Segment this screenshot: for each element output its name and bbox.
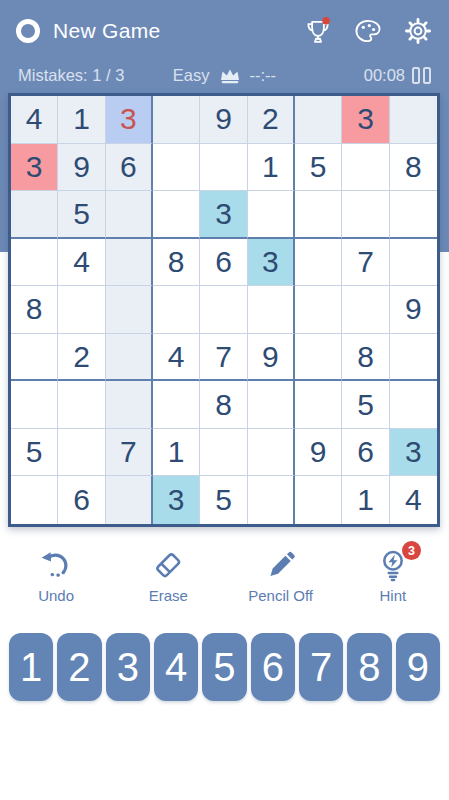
cell-r8c9[interactable]: 3 bbox=[390, 429, 437, 477]
cell-r6c8[interactable]: 8 bbox=[342, 334, 389, 382]
cell-r6c1[interactable] bbox=[11, 334, 58, 382]
cell-r7c1[interactable] bbox=[11, 381, 58, 429]
cell-r3c7[interactable] bbox=[295, 191, 342, 239]
cell-r2c3[interactable]: 6 bbox=[106, 144, 153, 192]
pause-button[interactable] bbox=[412, 67, 431, 84]
cell-r1c8[interactable]: 3 bbox=[342, 96, 389, 144]
cell-r7c3[interactable] bbox=[106, 381, 153, 429]
erase-button[interactable]: Erase bbox=[112, 547, 224, 604]
hint-label: Hint bbox=[380, 587, 407, 604]
difficulty-label: Easy bbox=[173, 66, 210, 85]
cell-r8c2[interactable] bbox=[58, 429, 105, 477]
sudoku-grid: 413923396158534863789247988557196363514 bbox=[8, 93, 440, 527]
cell-r3c6[interactable] bbox=[248, 191, 295, 239]
cell-r8c1[interactable]: 5 bbox=[11, 429, 58, 477]
cell-r6c9[interactable] bbox=[390, 334, 437, 382]
hint-button[interactable]: 3 Hint bbox=[337, 547, 449, 604]
cell-r6c6[interactable]: 9 bbox=[248, 334, 295, 382]
cell-r1c3[interactable]: 3 bbox=[106, 96, 153, 144]
cell-r7c7[interactable] bbox=[295, 381, 342, 429]
cell-r9c9[interactable]: 4 bbox=[390, 476, 437, 524]
cell-r9c5[interactable]: 5 bbox=[200, 476, 247, 524]
gear-icon bbox=[403, 16, 433, 46]
cell-r8c5[interactable] bbox=[200, 429, 247, 477]
cell-r5c6[interactable] bbox=[248, 286, 295, 334]
top-icons bbox=[303, 16, 433, 46]
cell-r9c1[interactable] bbox=[11, 476, 58, 524]
cell-r2c1[interactable]: 3 bbox=[11, 144, 58, 192]
sudoku-app: New Game bbox=[0, 0, 449, 800]
cell-r8c6[interactable] bbox=[248, 429, 295, 477]
pencil-label: Pencil Off bbox=[248, 587, 313, 604]
cell-r4c8[interactable]: 7 bbox=[342, 239, 389, 287]
timer: 00:08 bbox=[364, 66, 405, 85]
pencil-button[interactable]: Pencil Off bbox=[225, 547, 337, 604]
cell-r5c2[interactable] bbox=[58, 286, 105, 334]
cell-r6c5[interactable]: 7 bbox=[200, 334, 247, 382]
cell-r1c2[interactable]: 1 bbox=[58, 96, 105, 144]
cell-r6c7[interactable] bbox=[295, 334, 342, 382]
cell-r3c4[interactable] bbox=[153, 191, 200, 239]
numpad-button-9[interactable]: 9 bbox=[396, 633, 440, 701]
cell-r3c9[interactable] bbox=[390, 191, 437, 239]
cell-r3c8[interactable] bbox=[342, 191, 389, 239]
numpad: 123456789 bbox=[0, 633, 449, 701]
cell-r5c3[interactable] bbox=[106, 286, 153, 334]
cell-r7c4[interactable] bbox=[153, 381, 200, 429]
cell-r9c8[interactable]: 1 bbox=[342, 476, 389, 524]
cell-r3c5[interactable]: 3 bbox=[200, 191, 247, 239]
cell-r7c6[interactable] bbox=[248, 381, 295, 429]
cell-r4c4[interactable]: 8 bbox=[153, 239, 200, 287]
numpad-button-8[interactable]: 8 bbox=[347, 633, 391, 701]
cell-r2c7[interactable]: 5 bbox=[295, 144, 342, 192]
cell-r4c6[interactable]: 3 bbox=[248, 239, 295, 287]
record-icon[interactable] bbox=[16, 19, 40, 43]
cell-r5c8[interactable] bbox=[342, 286, 389, 334]
eraser-icon bbox=[150, 547, 186, 583]
cell-r2c9[interactable]: 8 bbox=[390, 144, 437, 192]
cell-r6c2[interactable]: 2 bbox=[58, 334, 105, 382]
cell-r7c8[interactable]: 5 bbox=[342, 381, 389, 429]
cell-r5c1[interactable]: 8 bbox=[11, 286, 58, 334]
erase-label: Erase bbox=[149, 587, 188, 604]
notification-dot bbox=[322, 17, 330, 25]
undo-icon bbox=[38, 547, 74, 583]
cell-r5c7[interactable] bbox=[295, 286, 342, 334]
cell-r4c3[interactable] bbox=[106, 239, 153, 287]
cell-r3c1[interactable] bbox=[11, 191, 58, 239]
best-time: --:-- bbox=[250, 66, 277, 85]
cell-r4c7[interactable] bbox=[295, 239, 342, 287]
numpad-button-4[interactable]: 4 bbox=[154, 633, 198, 701]
cell-r4c9[interactable] bbox=[390, 239, 437, 287]
page-title: New Game bbox=[53, 19, 160, 43]
undo-button[interactable]: Undo bbox=[0, 547, 112, 604]
cell-r5c5[interactable] bbox=[200, 286, 247, 334]
mistakes-counter: Mistakes: 1 / 3 bbox=[18, 66, 124, 85]
cell-r9c4[interactable]: 3 bbox=[153, 476, 200, 524]
cell-r4c5[interactable]: 6 bbox=[200, 239, 247, 287]
timer-group: 00:08 bbox=[364, 66, 431, 85]
cell-r4c1[interactable] bbox=[11, 239, 58, 287]
cell-r5c9[interactable]: 9 bbox=[390, 286, 437, 334]
cell-r7c2[interactable] bbox=[58, 381, 105, 429]
cell-r8c4[interactable]: 1 bbox=[153, 429, 200, 477]
theme-button[interactable] bbox=[353, 16, 383, 46]
cell-r1c7[interactable] bbox=[295, 96, 342, 144]
numpad-button-1[interactable]: 1 bbox=[9, 633, 53, 701]
numpad-button-5[interactable]: 5 bbox=[202, 633, 246, 701]
cell-r8c7[interactable]: 9 bbox=[295, 429, 342, 477]
cell-r2c8[interactable] bbox=[342, 144, 389, 192]
cell-r3c3[interactable] bbox=[106, 191, 153, 239]
cell-r1c5[interactable]: 9 bbox=[200, 96, 247, 144]
cell-r7c9[interactable] bbox=[390, 381, 437, 429]
cell-r2c2[interactable]: 9 bbox=[58, 144, 105, 192]
cell-r4c2[interactable]: 4 bbox=[58, 239, 105, 287]
settings-button[interactable] bbox=[403, 16, 433, 46]
cell-r9c7[interactable] bbox=[295, 476, 342, 524]
cell-r1c6[interactable]: 2 bbox=[248, 96, 295, 144]
cell-r7c5[interactable]: 8 bbox=[200, 381, 247, 429]
numpad-button-7[interactable]: 7 bbox=[299, 633, 343, 701]
trophy-icon bbox=[303, 16, 333, 46]
cell-r2c4[interactable] bbox=[153, 144, 200, 192]
palette-icon bbox=[353, 16, 383, 46]
toolbar: Undo Erase bbox=[0, 547, 449, 604]
cell-r1c1[interactable]: 4 bbox=[11, 96, 58, 144]
cell-r1c9[interactable] bbox=[390, 96, 437, 144]
cell-r1c4[interactable] bbox=[153, 96, 200, 144]
cell-r9c3[interactable] bbox=[106, 476, 153, 524]
numpad-button-2[interactable]: 2 bbox=[57, 633, 101, 701]
cell-r8c3[interactable]: 7 bbox=[106, 429, 153, 477]
pencil-icon bbox=[263, 547, 299, 583]
cell-r6c3[interactable] bbox=[106, 334, 153, 382]
hint-badge: 3 bbox=[402, 541, 421, 560]
status-bar: Mistakes: 1 / 3 Easy --:-- 00:08 bbox=[0, 62, 449, 88]
cell-r9c6[interactable] bbox=[248, 476, 295, 524]
top-bar: New Game bbox=[0, 0, 449, 62]
numpad-button-6[interactable]: 6 bbox=[251, 633, 295, 701]
crown-icon bbox=[219, 67, 241, 84]
cell-r6c4[interactable]: 4 bbox=[153, 334, 200, 382]
cell-r5c4[interactable] bbox=[153, 286, 200, 334]
cell-r9c2[interactable]: 6 bbox=[58, 476, 105, 524]
cell-r2c5[interactable] bbox=[200, 144, 247, 192]
numpad-button-3[interactable]: 3 bbox=[106, 633, 150, 701]
trophy-button[interactable] bbox=[303, 16, 333, 46]
undo-label: Undo bbox=[38, 587, 74, 604]
cell-r2c6[interactable]: 1 bbox=[248, 144, 295, 192]
cell-r3c2[interactable]: 5 bbox=[58, 191, 105, 239]
cell-r8c8[interactable]: 6 bbox=[342, 429, 389, 477]
